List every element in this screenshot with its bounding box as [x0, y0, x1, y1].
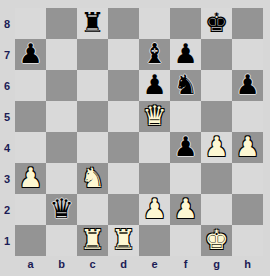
- file-label-d: d: [108, 254, 139, 274]
- rank-label-1: 1: [0, 225, 14, 256]
- square-d7[interactable]: [108, 39, 139, 70]
- white-pawn-a3: ♟: [15, 163, 46, 194]
- file-label-f: f: [170, 254, 201, 274]
- white-pawn-f2: ♟: [170, 194, 201, 225]
- black-rook-c8: ♜: [77, 8, 108, 39]
- black-pawn-e6: ♟: [139, 70, 170, 101]
- square-c8[interactable]: ♜: [77, 8, 108, 39]
- square-f5[interactable]: [170, 101, 201, 132]
- square-a6[interactable]: [15, 70, 46, 101]
- square-g5[interactable]: [201, 101, 232, 132]
- square-g6[interactable]: [201, 70, 232, 101]
- rank-label-5: 5: [0, 101, 14, 132]
- square-a5[interactable]: [15, 101, 46, 132]
- square-a4[interactable]: [15, 132, 46, 163]
- square-b3[interactable]: [46, 163, 77, 194]
- rank-label-4: 4: [0, 132, 14, 163]
- square-g3[interactable]: [201, 163, 232, 194]
- square-b4[interactable]: [46, 132, 77, 163]
- rank-label-7: 7: [0, 39, 14, 70]
- rank-label-6: 6: [0, 70, 14, 101]
- square-h5[interactable]: [232, 101, 263, 132]
- square-e6[interactable]: ♟: [139, 70, 170, 101]
- black-queen-b2: ♛: [46, 194, 77, 225]
- square-h3[interactable]: [232, 163, 263, 194]
- square-b1[interactable]: [46, 225, 77, 256]
- square-d8[interactable]: [108, 8, 139, 39]
- square-f2[interactable]: ♟: [170, 194, 201, 225]
- square-c6[interactable]: [77, 70, 108, 101]
- square-h6[interactable]: ♟: [232, 70, 263, 101]
- square-c5[interactable]: [77, 101, 108, 132]
- black-pawn-f7: ♟: [170, 39, 201, 70]
- square-h2[interactable]: [232, 194, 263, 225]
- square-f3[interactable]: [170, 163, 201, 194]
- square-b7[interactable]: [46, 39, 77, 70]
- square-g1[interactable]: ♚: [201, 225, 232, 256]
- square-e8[interactable]: [139, 8, 170, 39]
- black-pawn-h6: ♟: [232, 70, 263, 101]
- black-knight-f6: ♞: [170, 70, 201, 101]
- square-a3[interactable]: ♟: [15, 163, 46, 194]
- square-a2[interactable]: [15, 194, 46, 225]
- white-knight-c3: ♞: [77, 163, 108, 194]
- file-label-c: c: [77, 254, 108, 274]
- square-c4[interactable]: [77, 132, 108, 163]
- square-f6[interactable]: ♞: [170, 70, 201, 101]
- square-d1[interactable]: ♜: [108, 225, 139, 256]
- white-king-g1: ♚: [201, 225, 232, 256]
- square-e5[interactable]: ♛: [139, 101, 170, 132]
- white-queen-e5: ♛: [139, 101, 170, 132]
- white-rook-c1: ♜: [77, 225, 108, 256]
- square-f7[interactable]: ♟: [170, 39, 201, 70]
- square-f4[interactable]: ♟: [170, 132, 201, 163]
- square-b6[interactable]: [46, 70, 77, 101]
- square-d4[interactable]: [108, 132, 139, 163]
- black-king-g8: ♚: [201, 8, 232, 39]
- square-g8[interactable]: ♚: [201, 8, 232, 39]
- square-b2[interactable]: ♛: [46, 194, 77, 225]
- square-e1[interactable]: [139, 225, 170, 256]
- white-pawn-e2: ♟: [139, 194, 170, 225]
- square-e2[interactable]: ♟: [139, 194, 170, 225]
- square-h7[interactable]: [232, 39, 263, 70]
- square-c2[interactable]: [77, 194, 108, 225]
- black-pawn-f4: ♟: [170, 132, 201, 163]
- square-h4[interactable]: ♟: [232, 132, 263, 163]
- square-d3[interactable]: [108, 163, 139, 194]
- square-b8[interactable]: [46, 8, 77, 39]
- file-label-h: h: [232, 254, 263, 274]
- file-label-e: e: [139, 254, 170, 274]
- white-pawn-g4: ♟: [201, 132, 232, 163]
- square-a1[interactable]: [15, 225, 46, 256]
- square-h8[interactable]: [232, 8, 263, 39]
- file-label-a: a: [15, 254, 46, 274]
- black-pawn-a7: ♟: [15, 39, 46, 70]
- black-bishop-e7: ♝: [139, 39, 170, 70]
- square-f1[interactable]: [170, 225, 201, 256]
- square-a7[interactable]: ♟: [15, 39, 46, 70]
- chess-diagram: ♜♚♟♝♟♟♞♟♛♟♟♟♟♞♛♟♟♜♜♚ 87654321abcdefgh: [0, 0, 270, 276]
- square-d2[interactable]: [108, 194, 139, 225]
- square-g4[interactable]: ♟: [201, 132, 232, 163]
- rank-label-2: 2: [0, 194, 14, 225]
- rank-label-8: 8: [0, 8, 14, 39]
- square-d5[interactable]: [108, 101, 139, 132]
- square-f8[interactable]: [170, 8, 201, 39]
- square-d6[interactable]: [108, 70, 139, 101]
- square-e4[interactable]: [139, 132, 170, 163]
- square-c1[interactable]: ♜: [77, 225, 108, 256]
- square-c3[interactable]: ♞: [77, 163, 108, 194]
- square-h1[interactable]: [232, 225, 263, 256]
- square-a8[interactable]: [15, 8, 46, 39]
- rank-label-3: 3: [0, 163, 14, 194]
- square-b5[interactable]: [46, 101, 77, 132]
- square-e7[interactable]: ♝: [139, 39, 170, 70]
- file-label-g: g: [201, 254, 232, 274]
- square-e3[interactable]: [139, 163, 170, 194]
- square-g2[interactable]: [201, 194, 232, 225]
- square-c7[interactable]: [77, 39, 108, 70]
- square-g7[interactable]: [201, 39, 232, 70]
- white-pawn-h4: ♟: [232, 132, 263, 163]
- file-label-b: b: [46, 254, 77, 274]
- chess-board: ♜♚♟♝♟♟♞♟♛♟♟♟♟♞♛♟♟♜♜♚: [15, 8, 263, 256]
- white-rook-d1: ♜: [108, 225, 139, 256]
